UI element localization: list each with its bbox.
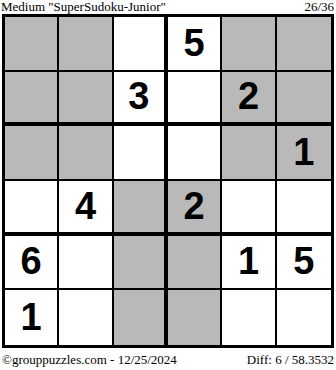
copyright-text: ©grouppuzzles.com - 12/25/2024 bbox=[2, 352, 177, 367]
sudoku-board: 5321426151 bbox=[2, 14, 334, 348]
header: Medium "SuperSudoku-Junior" 26/36 bbox=[0, 0, 336, 14]
cell-r3c3[interactable] bbox=[114, 126, 168, 181]
cell-r4c5[interactable] bbox=[222, 181, 276, 236]
cell-r6c5[interactable] bbox=[222, 290, 276, 345]
cell-r2c6[interactable] bbox=[277, 72, 331, 127]
cell-r4c6[interactable] bbox=[277, 181, 331, 236]
cell-r6c2[interactable] bbox=[59, 290, 113, 345]
cell-r4c4[interactable]: 2 bbox=[168, 181, 222, 236]
cell-r6c1[interactable]: 1 bbox=[5, 290, 59, 345]
cell-r3c1[interactable] bbox=[5, 126, 59, 181]
cell-r1c1[interactable] bbox=[5, 17, 59, 72]
cell-r3c5[interactable] bbox=[222, 126, 276, 181]
cell-r1c6[interactable] bbox=[277, 17, 331, 72]
cell-r1c3[interactable] bbox=[114, 17, 168, 72]
empty-cell-count: 26/36 bbox=[304, 0, 334, 13]
cell-r2c4[interactable] bbox=[168, 72, 222, 127]
cell-r3c6[interactable]: 1 bbox=[277, 126, 331, 181]
cell-r4c1[interactable] bbox=[5, 181, 59, 236]
cell-r5c4[interactable] bbox=[168, 236, 222, 291]
puzzle-page: Medium "SuperSudoku-Junior" 26/36 532142… bbox=[0, 0, 336, 370]
cell-r5c3[interactable] bbox=[114, 236, 168, 291]
cell-r5c1[interactable]: 6 bbox=[5, 236, 59, 291]
cell-r1c5[interactable] bbox=[222, 17, 276, 72]
cell-r4c2[interactable]: 4 bbox=[59, 181, 113, 236]
cell-r2c5[interactable]: 2 bbox=[222, 72, 276, 127]
cell-r6c6[interactable] bbox=[277, 290, 331, 345]
cell-r1c4[interactable]: 5 bbox=[168, 17, 222, 72]
difficulty-text: Diff: 6 / 58.3532 bbox=[247, 352, 334, 367]
cell-r2c2[interactable] bbox=[59, 72, 113, 127]
cell-r6c4[interactable] bbox=[168, 290, 222, 345]
cell-r5c6[interactable]: 5 bbox=[277, 236, 331, 291]
cell-r4c3[interactable] bbox=[114, 181, 168, 236]
footer: ©grouppuzzles.com - 12/25/2024 Diff: 6 /… bbox=[0, 348, 336, 370]
cell-r5c2[interactable] bbox=[59, 236, 113, 291]
cell-r2c1[interactable] bbox=[5, 72, 59, 127]
cell-r1c2[interactable] bbox=[59, 17, 113, 72]
cell-r5c5[interactable]: 1 bbox=[222, 236, 276, 291]
cell-r6c3[interactable] bbox=[114, 290, 168, 345]
cell-r3c4[interactable] bbox=[168, 126, 222, 181]
puzzle-title: Medium "SuperSudoku-Junior" bbox=[1, 0, 166, 13]
cell-r3c2[interactable] bbox=[59, 126, 113, 181]
cell-r2c3[interactable]: 3 bbox=[114, 72, 168, 127]
